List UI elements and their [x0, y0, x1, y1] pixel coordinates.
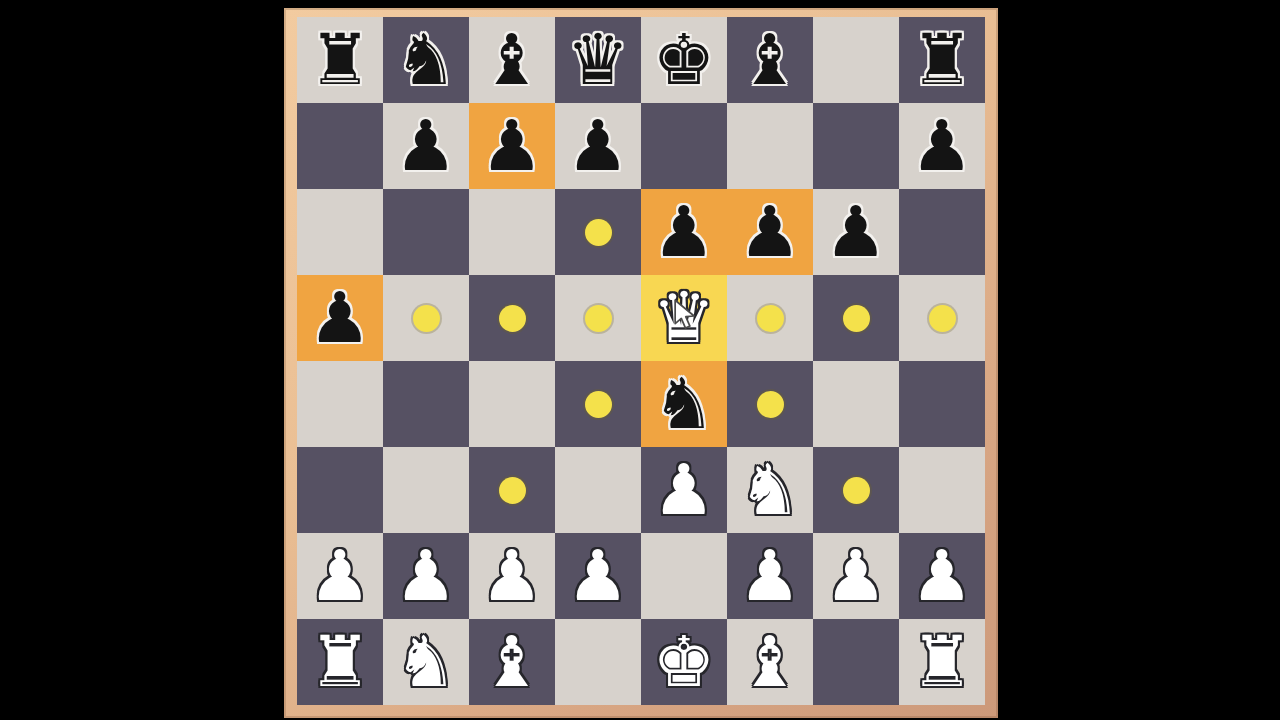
legal-move-dot[interactable]: [757, 305, 784, 332]
white-bishop[interactable]: ♝: [481, 619, 544, 705]
black-rook[interactable]: ♜: [309, 17, 372, 103]
square-g7[interactable]: [813, 103, 899, 189]
legal-move-dot[interactable]: [413, 305, 440, 332]
square-h6[interactable]: [899, 189, 985, 275]
square-a5[interactable]: ♟: [297, 275, 383, 361]
square-c3[interactable]: [469, 447, 555, 533]
black-pawn[interactable]: ♟: [395, 103, 458, 189]
white-king[interactable]: ♚: [653, 619, 716, 705]
white-pawn[interactable]: ♟: [309, 533, 372, 619]
square-g5[interactable]: [813, 275, 899, 361]
black-pawn[interactable]: ♟: [481, 103, 544, 189]
white-bishop[interactable]: ♝: [739, 619, 802, 705]
square-h8[interactable]: ♜: [899, 17, 985, 103]
square-c8[interactable]: ♝: [469, 17, 555, 103]
square-h2[interactable]: ♟: [899, 533, 985, 619]
square-d3[interactable]: [555, 447, 641, 533]
square-e5[interactable]: ♛: [641, 275, 727, 361]
chess-board[interactable]: ♜♞♝♛♚♝♜♟♟♟♟♟♟♟♟♛♞♟♞♟♟♟♟♟♟♟♜♞♝♚♝♜: [297, 17, 985, 705]
square-a3[interactable]: [297, 447, 383, 533]
white-queen[interactable]: ♛: [653, 275, 716, 361]
white-pawn[interactable]: ♟: [739, 533, 802, 619]
square-f3[interactable]: ♞: [727, 447, 813, 533]
legal-move-dot[interactable]: [499, 477, 526, 504]
black-pawn[interactable]: ♟: [567, 103, 630, 189]
square-b5[interactable]: [383, 275, 469, 361]
square-d5[interactable]: [555, 275, 641, 361]
legal-move-dot[interactable]: [929, 305, 956, 332]
square-d7[interactable]: ♟: [555, 103, 641, 189]
white-pawn[interactable]: ♟: [395, 533, 458, 619]
square-c1[interactable]: ♝: [469, 619, 555, 705]
square-a4[interactable]: [297, 361, 383, 447]
square-b3[interactable]: [383, 447, 469, 533]
square-a6[interactable]: [297, 189, 383, 275]
square-b7[interactable]: ♟: [383, 103, 469, 189]
black-king[interactable]: ♚: [653, 17, 716, 103]
square-d6[interactable]: [555, 189, 641, 275]
square-h4[interactable]: [899, 361, 985, 447]
video-frame: ♜♞♝♛♚♝♜♟♟♟♟♟♟♟♟♛♞♟♞♟♟♟♟♟♟♟♜♞♝♚♝♜: [0, 0, 1280, 720]
square-h7[interactable]: ♟: [899, 103, 985, 189]
legal-move-dot[interactable]: [757, 391, 784, 418]
black-queen[interactable]: ♛: [567, 17, 630, 103]
square-c4[interactable]: [469, 361, 555, 447]
square-c5[interactable]: [469, 275, 555, 361]
square-b6[interactable]: [383, 189, 469, 275]
square-h1[interactable]: ♜: [899, 619, 985, 705]
square-b1[interactable]: ♞: [383, 619, 469, 705]
white-pawn[interactable]: ♟: [481, 533, 544, 619]
square-f1[interactable]: ♝: [727, 619, 813, 705]
square-g3[interactable]: [813, 447, 899, 533]
square-e3[interactable]: ♟: [641, 447, 727, 533]
square-h3[interactable]: [899, 447, 985, 533]
square-d8[interactable]: ♛: [555, 17, 641, 103]
black-knight[interactable]: ♞: [395, 17, 458, 103]
square-e8[interactable]: ♚: [641, 17, 727, 103]
square-b2[interactable]: ♟: [383, 533, 469, 619]
legal-move-dot[interactable]: [585, 219, 612, 246]
square-f7[interactable]: [727, 103, 813, 189]
square-f2[interactable]: ♟: [727, 533, 813, 619]
square-e7[interactable]: [641, 103, 727, 189]
square-c2[interactable]: ♟: [469, 533, 555, 619]
square-a1[interactable]: ♜: [297, 619, 383, 705]
black-pawn[interactable]: ♟: [825, 189, 888, 275]
black-pawn[interactable]: ♟: [309, 275, 372, 361]
legal-move-dot[interactable]: [843, 477, 870, 504]
white-pawn[interactable]: ♟: [911, 533, 974, 619]
legal-move-dot[interactable]: [499, 305, 526, 332]
white-knight[interactable]: ♞: [395, 619, 458, 705]
square-e1[interactable]: ♚: [641, 619, 727, 705]
chess-board-frame: ♜♞♝♛♚♝♜♟♟♟♟♟♟♟♟♛♞♟♞♟♟♟♟♟♟♟♜♞♝♚♝♜: [284, 8, 998, 718]
white-rook[interactable]: ♜: [911, 619, 974, 705]
square-a7[interactable]: [297, 103, 383, 189]
square-c7[interactable]: ♟: [469, 103, 555, 189]
black-pawn[interactable]: ♟: [739, 189, 802, 275]
square-b4[interactable]: [383, 361, 469, 447]
square-f5[interactable]: [727, 275, 813, 361]
square-f6[interactable]: ♟: [727, 189, 813, 275]
square-h5[interactable]: [899, 275, 985, 361]
white-pawn[interactable]: ♟: [825, 533, 888, 619]
black-rook[interactable]: ♜: [911, 17, 974, 103]
black-pawn[interactable]: ♟: [911, 103, 974, 189]
square-d1[interactable]: [555, 619, 641, 705]
square-c6[interactable]: [469, 189, 555, 275]
square-f8[interactable]: ♝: [727, 17, 813, 103]
white-rook[interactable]: ♜: [309, 619, 372, 705]
white-pawn[interactable]: ♟: [653, 447, 716, 533]
legal-move-dot[interactable]: [843, 305, 870, 332]
square-d2[interactable]: ♟: [555, 533, 641, 619]
square-e2[interactable]: [641, 533, 727, 619]
square-b8[interactable]: ♞: [383, 17, 469, 103]
black-bishop[interactable]: ♝: [739, 17, 802, 103]
square-g1[interactable]: [813, 619, 899, 705]
legal-move-dot[interactable]: [585, 305, 612, 332]
white-pawn[interactable]: ♟: [567, 533, 630, 619]
square-d4[interactable]: [555, 361, 641, 447]
square-f4[interactable]: [727, 361, 813, 447]
square-a8[interactable]: ♜: [297, 17, 383, 103]
square-e4[interactable]: ♞: [641, 361, 727, 447]
legal-move-dot[interactable]: [585, 391, 612, 418]
square-g2[interactable]: ♟: [813, 533, 899, 619]
square-g6[interactable]: ♟: [813, 189, 899, 275]
square-e6[interactable]: ♟: [641, 189, 727, 275]
square-g8[interactable]: [813, 17, 899, 103]
black-knight[interactable]: ♞: [653, 361, 716, 447]
square-g4[interactable]: [813, 361, 899, 447]
black-pawn[interactable]: ♟: [653, 189, 716, 275]
white-knight[interactable]: ♞: [739, 447, 802, 533]
square-a2[interactable]: ♟: [297, 533, 383, 619]
black-bishop[interactable]: ♝: [481, 17, 544, 103]
